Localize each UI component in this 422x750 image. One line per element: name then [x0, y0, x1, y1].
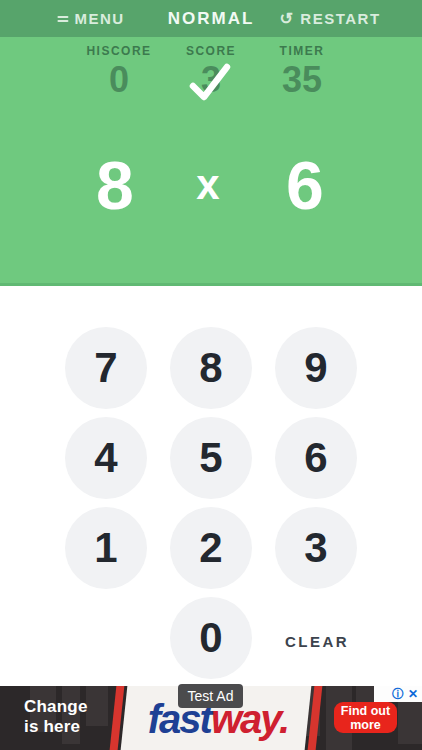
mode-title-label: NORMAL — [168, 9, 255, 29]
math-problem: 8 x 6 — [0, 145, 422, 225]
restart-icon: ↺ — [279, 9, 294, 28]
score-value: 3 — [201, 59, 221, 100]
key-1[interactable]: 1 — [65, 507, 147, 589]
key-7[interactable]: 7 — [65, 327, 147, 409]
test-ad-badge: Test Ad — [178, 684, 243, 708]
number-keypad: 7 8 9 4 5 6 1 2 3 — [65, 327, 357, 589]
problem-operand-1: 8 — [96, 145, 134, 225]
hamburger-icon — [57, 15, 68, 23]
ad-info-icon[interactable]: ⓘ — [392, 686, 404, 702]
find-out-more-button[interactable]: Find out more — [334, 702, 397, 733]
timer-stat: TIMER 35 — [280, 44, 325, 100]
timer-value: 35 — [280, 60, 325, 100]
clear-button[interactable]: CLEAR — [285, 633, 349, 650]
ad-tagline-line1: Change — [24, 697, 88, 717]
building-silhouette — [86, 686, 108, 726]
menu-button[interactable]: MENU — [57, 0, 124, 37]
score-label: SCORE — [186, 44, 236, 58]
hiscore-label: HISCORE — [86, 44, 151, 58]
adchoices-controls: ⓘ ✕ — [374, 686, 422, 702]
cta-line2: more — [350, 718, 381, 732]
menu-button-label: MENU — [74, 10, 124, 27]
key-3[interactable]: 3 — [275, 507, 357, 589]
ad-tagline-line2: is here — [24, 717, 88, 737]
problem-operator: x — [196, 145, 219, 225]
hiscore-value: 0 — [86, 60, 151, 100]
cta-line1: Find out — [341, 704, 390, 718]
top-bar: MENU NORMAL ↺ RESTART — [0, 0, 422, 37]
timer-label: TIMER — [280, 44, 325, 58]
key-2[interactable]: 2 — [170, 507, 252, 589]
fastway-logo-dot: . — [279, 697, 288, 741]
key-0[interactable]: 0 — [170, 597, 252, 679]
key-5[interactable]: 5 — [170, 417, 252, 499]
ad-close-icon[interactable]: ✕ — [408, 686, 418, 702]
problem-operand-2: 6 — [286, 145, 324, 225]
score-stat: SCORE 3 — [186, 44, 236, 100]
ad-tagline: Change is here — [24, 697, 88, 737]
restart-button[interactable]: ↺ RESTART — [279, 0, 380, 37]
key-8[interactable]: 8 — [170, 327, 252, 409]
hiscore-stat: HISCORE 0 — [86, 44, 151, 100]
key-4[interactable]: 4 — [65, 417, 147, 499]
key-6[interactable]: 6 — [275, 417, 357, 499]
restart-button-label: RESTART — [300, 10, 380, 27]
test-ad-label: Test Ad — [188, 688, 234, 704]
key-9[interactable]: 9 — [275, 327, 357, 409]
mode-title: NORMAL — [168, 0, 255, 37]
app-screen: MENU NORMAL ↺ RESTART HISCORE 0 SCORE 3 … — [0, 0, 422, 750]
game-board: HISCORE 0 SCORE 3 TIMER 35 8 x 6 — [0, 37, 422, 286]
timer-progress-bar — [0, 283, 422, 286]
